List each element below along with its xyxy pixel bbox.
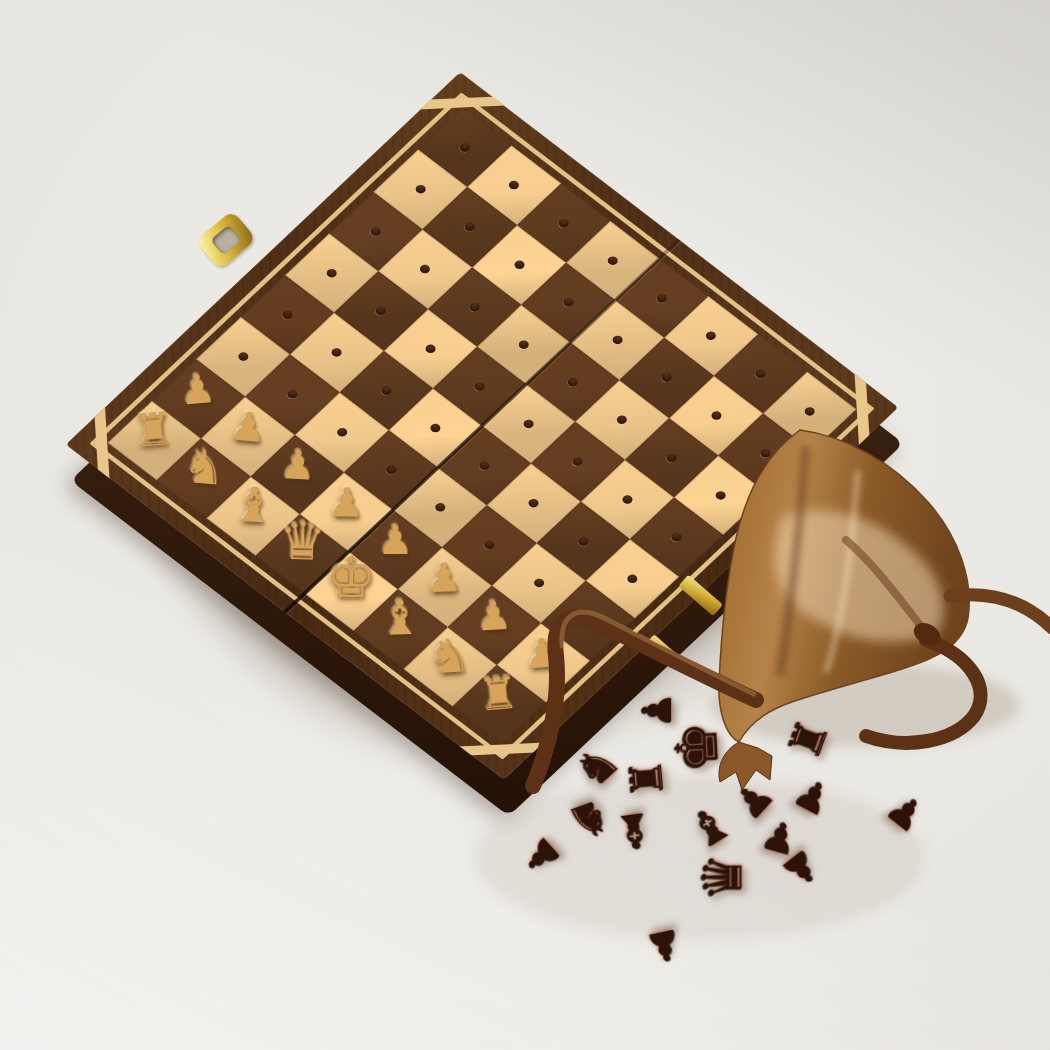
black-rook-offboard: ♜ — [623, 756, 670, 799]
black-rook-offboard: ♜ — [782, 713, 837, 765]
black-pawn-offboard: ♟ — [642, 923, 685, 970]
black-pawn-offboard: ♟ — [880, 786, 933, 840]
black-bishop-offboard: ♝ — [610, 805, 658, 857]
black-pawn-offboard: ♟ — [788, 771, 838, 823]
black-knight-offboard: ♞ — [562, 791, 616, 848]
black-queen-offboard: ♛ — [696, 852, 751, 901]
black-bishop-offboard: ♝ — [680, 796, 741, 858]
black-king-offboard: ♚ — [667, 720, 728, 775]
scattered-black-pieces: ♟♚♜♞♜♞♝♝♟♟♟♟♛♟♟♟ — [0, 0, 1050, 1050]
black-pawn-offboard: ♟ — [514, 829, 568, 882]
product-photo: ♟♟♟♟♟♟♟♟♜♞♝♛♚♝♞♜ — [0, 0, 1050, 1050]
